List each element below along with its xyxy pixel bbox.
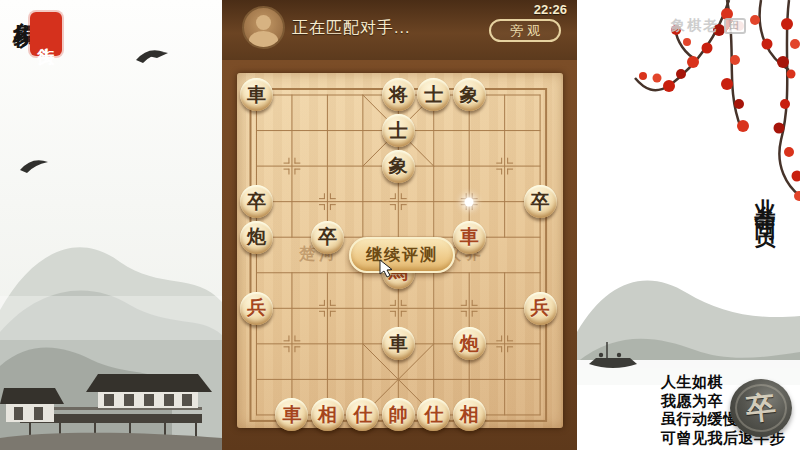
clock-time: 22:26 [534,2,567,17]
piece-red-f6r9[interactable]: 相 [453,398,486,431]
piece-red-f3r9[interactable]: 仕 [346,398,379,431]
last-move-dot [465,197,474,206]
piece-black-f6r0[interactable]: 象 [453,78,486,111]
piece-black-f8r3[interactable]: 卒 [524,185,557,218]
game-panel: 正在匹配对手... 22:26 旁观 楚河 汉界 車将士象士象卒卒炮卒車馬兵兵車… [222,0,577,450]
piece-black-f4r0[interactable]: 将 [382,78,415,111]
piece-black-f2r4[interactable]: 卒 [311,221,344,254]
logo-xiangqi-text: 象棋 [9,3,41,5]
piece-red-f0r6[interactable]: 兵 [240,292,273,325]
piece-red-f6r4[interactable]: 車 [453,221,486,254]
platform-watermark: 象棋老 田 [671,17,746,35]
watermark-logo-icon: 田 [724,18,746,34]
stream-frame: 象棋 街头 正在匹配对手... 22:26 旁观 楚河 汉界 車将士象士象卒卒炮… [0,0,800,450]
person-icon [256,15,271,30]
piece-red-f1r9[interactable]: 車 [275,398,308,431]
vertical-motto: 业叁守門员 [751,182,779,217]
piece-black-f0r0[interactable]: 車 [240,78,273,111]
mouse-cursor-icon [379,259,395,279]
piece-red-f6r7[interactable]: 炮 [453,327,486,360]
continue-eval-button[interactable]: 继续评测 [349,237,455,273]
topbar: 正在匹配对手... 22:26 旁观 [222,0,577,60]
piece-black-f0r4[interactable]: 炮 [240,221,273,254]
piece-red-f8r6[interactable]: 兵 [524,292,557,325]
piece-red-f5r9[interactable]: 仕 [417,398,450,431]
piece-black-f4r2[interactable]: 象 [382,150,415,183]
xiangqi-board[interactable]: 楚河 汉界 車将士象士象卒卒炮卒車馬兵兵車炮車相仕帥仕相 继续评测 [237,73,563,428]
match-status-text: 正在匹配对手... [292,18,410,39]
piece-black-f4r7[interactable]: 車 [382,327,415,360]
piece-red-f4r9[interactable]: 帥 [382,398,415,431]
crane-icon [20,160,48,173]
piece-black-f5r0[interactable]: 士 [417,78,450,111]
right-decor-panel: 象棋老 田 业叁守門员 人生如棋 我愿为卒 虽行动缓慢 可曾见我后退半步 卒 [577,0,800,450]
zu-pawn-seal-image: 卒 [730,379,792,437]
left-decor-panel: 象棋 街头 [0,0,222,450]
channel-logo: 象棋 街头 [6,2,76,72]
plum-blossom-art [639,8,800,201]
piece-black-f0r3[interactable]: 卒 [240,185,273,218]
piece-black-f4r1[interactable]: 士 [382,114,415,147]
avatar[interactable] [242,6,285,49]
piece-red-f2r9[interactable]: 相 [311,398,344,431]
board-wood-frame: 楚河 汉界 車将士象士象卒卒炮卒車馬兵兵車炮車相仕帥仕相 继续评测 [222,60,577,450]
spectate-button[interactable]: 旁观 [489,19,561,42]
logo-street-seal: 街头 [30,12,62,56]
